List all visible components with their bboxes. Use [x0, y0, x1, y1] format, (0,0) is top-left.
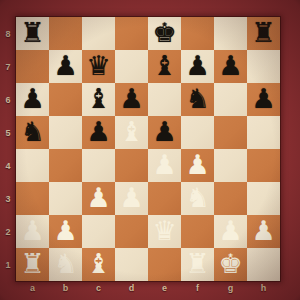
square-h1[interactable] [247, 248, 280, 281]
piece-black-queen[interactable]: ♛ [86, 49, 110, 82]
square-b4[interactable] [49, 149, 82, 182]
square-e4[interactable]: ♟ [148, 149, 181, 182]
piece-white-rook[interactable]: ♜ [20, 247, 44, 280]
piece-black-king[interactable]: ♚ [152, 16, 176, 49]
square-b2[interactable]: ♟ [49, 215, 82, 248]
square-f8[interactable] [181, 17, 214, 50]
rank-label-7: 7 [0, 50, 16, 83]
piece-black-rook[interactable]: ♜ [20, 16, 44, 49]
piece-white-pawn[interactable]: ♟ [185, 148, 209, 181]
piece-black-bishop[interactable]: ♝ [86, 82, 110, 115]
piece-white-pawn[interactable]: ♟ [53, 214, 77, 247]
piece-white-king[interactable]: ♚ [218, 247, 242, 280]
square-g8[interactable] [214, 17, 247, 50]
piece-black-pawn[interactable]: ♟ [53, 49, 77, 82]
square-d7[interactable] [115, 50, 148, 83]
piece-black-rook[interactable]: ♜ [251, 16, 275, 49]
piece-white-pawn[interactable]: ♟ [152, 148, 176, 181]
square-e2[interactable]: ♛ [148, 215, 181, 248]
square-h7[interactable] [247, 50, 280, 83]
square-e3[interactable] [148, 182, 181, 215]
square-a1[interactable]: ♜ [16, 248, 49, 281]
square-g6[interactable] [214, 83, 247, 116]
chess-board[interactable]: ♜♚♜♟♛♝♟♟♟♝♟♞♟♞♟♝♟♟♟♟♟♞♟♟♛♟♟♜♞♝♜♚ [16, 17, 280, 281]
square-g2[interactable]: ♟ [214, 215, 247, 248]
square-e1[interactable] [148, 248, 181, 281]
file-label-h: h [247, 281, 280, 300]
file-label-d: d [115, 281, 148, 300]
square-f3[interactable]: ♞ [181, 182, 214, 215]
square-f7[interactable]: ♟ [181, 50, 214, 83]
chessboard-diagram: 87654321 abcdefgh ♜♚♜♟♛♝♟♟♟♝♟♞♟♞♟♝♟♟♟♟♟♞… [0, 0, 300, 300]
piece-black-pawn[interactable]: ♟ [152, 115, 176, 148]
piece-black-pawn[interactable]: ♟ [251, 82, 275, 115]
piece-white-queen[interactable]: ♛ [152, 214, 176, 247]
square-e6[interactable] [148, 83, 181, 116]
piece-white-pawn[interactable]: ♟ [218, 214, 242, 247]
square-f1[interactable]: ♜ [181, 248, 214, 281]
piece-black-pawn[interactable]: ♟ [218, 49, 242, 82]
piece-black-pawn[interactable]: ♟ [185, 49, 209, 82]
square-c1[interactable]: ♝ [82, 248, 115, 281]
square-h4[interactable] [247, 149, 280, 182]
square-g1[interactable]: ♚ [214, 248, 247, 281]
square-e7[interactable]: ♝ [148, 50, 181, 83]
square-g7[interactable]: ♟ [214, 50, 247, 83]
piece-white-bishop[interactable]: ♝ [86, 247, 110, 280]
square-a2[interactable]: ♟ [16, 215, 49, 248]
square-b5[interactable] [49, 116, 82, 149]
square-c3[interactable]: ♟ [82, 182, 115, 215]
square-e8[interactable]: ♚ [148, 17, 181, 50]
square-g4[interactable] [214, 149, 247, 182]
square-c4[interactable] [82, 149, 115, 182]
square-d5[interactable]: ♝ [115, 116, 148, 149]
square-h5[interactable] [247, 116, 280, 149]
square-a8[interactable]: ♜ [16, 17, 49, 50]
square-c7[interactable]: ♛ [82, 50, 115, 83]
square-b6[interactable] [49, 83, 82, 116]
square-d1[interactable] [115, 248, 148, 281]
square-b3[interactable] [49, 182, 82, 215]
square-h8[interactable]: ♜ [247, 17, 280, 50]
square-d3[interactable]: ♟ [115, 182, 148, 215]
square-a4[interactable] [16, 149, 49, 182]
square-g3[interactable] [214, 182, 247, 215]
file-label-g: g [214, 281, 247, 300]
rank-label-4: 4 [0, 149, 16, 182]
piece-black-knight[interactable]: ♞ [20, 115, 44, 148]
file-label-a: a [16, 281, 49, 300]
square-h6[interactable]: ♟ [247, 83, 280, 116]
piece-white-pawn[interactable]: ♟ [251, 214, 275, 247]
square-b7[interactable]: ♟ [49, 50, 82, 83]
square-c8[interactable] [82, 17, 115, 50]
square-d8[interactable] [115, 17, 148, 50]
piece-white-knight[interactable]: ♞ [185, 181, 209, 214]
piece-white-pawn[interactable]: ♟ [20, 214, 44, 247]
square-b8[interactable] [49, 17, 82, 50]
rank-labels: 87654321 [0, 17, 16, 281]
square-b1[interactable]: ♞ [49, 248, 82, 281]
square-f4[interactable]: ♟ [181, 149, 214, 182]
square-c5[interactable]: ♟ [82, 116, 115, 149]
square-a5[interactable]: ♞ [16, 116, 49, 149]
piece-white-rook[interactable]: ♜ [185, 247, 209, 280]
square-d2[interactable] [115, 215, 148, 248]
square-g5[interactable] [214, 116, 247, 149]
square-c2[interactable] [82, 215, 115, 248]
rank-label-6: 6 [0, 83, 16, 116]
square-a3[interactable] [16, 182, 49, 215]
rank-label-5: 5 [0, 116, 16, 149]
piece-black-knight[interactable]: ♞ [185, 82, 209, 115]
square-f6[interactable]: ♞ [181, 83, 214, 116]
piece-white-bishop[interactable]: ♝ [119, 115, 143, 148]
square-a7[interactable] [16, 50, 49, 83]
square-d4[interactable] [115, 149, 148, 182]
file-label-f: f [181, 281, 214, 300]
square-h3[interactable] [247, 182, 280, 215]
rank-label-8: 8 [0, 17, 16, 50]
piece-black-bishop[interactable]: ♝ [152, 49, 176, 82]
square-f2[interactable] [181, 215, 214, 248]
rank-label-2: 2 [0, 215, 16, 248]
square-e5[interactable]: ♟ [148, 116, 181, 149]
square-h2[interactable]: ♟ [247, 215, 280, 248]
file-label-b: b [49, 281, 82, 300]
rank-label-1: 1 [0, 248, 16, 281]
piece-white-knight[interactable]: ♞ [53, 247, 77, 280]
piece-white-pawn[interactable]: ♟ [86, 181, 110, 214]
piece-black-pawn[interactable]: ♟ [86, 115, 110, 148]
piece-black-pawn[interactable]: ♟ [119, 82, 143, 115]
piece-white-pawn[interactable]: ♟ [119, 181, 143, 214]
square-f5[interactable] [181, 116, 214, 149]
piece-black-pawn[interactable]: ♟ [20, 82, 44, 115]
square-a6[interactable]: ♟ [16, 83, 49, 116]
rank-label-3: 3 [0, 182, 16, 215]
file-labels: abcdefgh [16, 281, 280, 300]
square-d6[interactable]: ♟ [115, 83, 148, 116]
file-label-e: e [148, 281, 181, 300]
square-c6[interactable]: ♝ [82, 83, 115, 116]
file-label-c: c [82, 281, 115, 300]
